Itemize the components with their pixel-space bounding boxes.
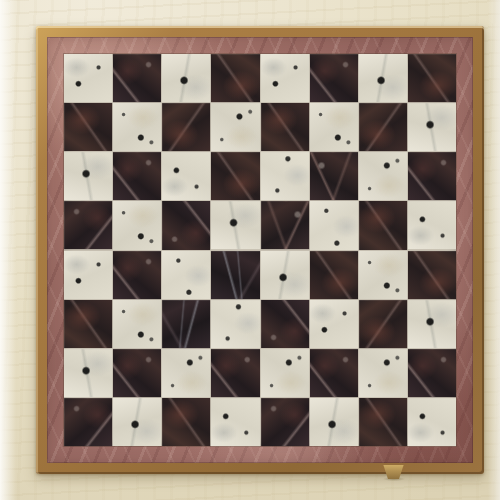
board-square[interactable] <box>113 300 161 348</box>
board-square[interactable] <box>359 300 407 348</box>
board-square[interactable] <box>211 251 259 299</box>
board-square[interactable] <box>408 152 456 200</box>
board-square[interactable] <box>261 201 309 249</box>
board-square[interactable] <box>408 349 456 397</box>
board-square[interactable] <box>113 398 161 446</box>
board-square[interactable] <box>310 349 358 397</box>
board-square[interactable] <box>64 251 112 299</box>
board-square[interactable] <box>64 201 112 249</box>
board-square[interactable] <box>113 349 161 397</box>
board-square[interactable] <box>162 201 210 249</box>
board-square[interactable] <box>261 54 309 102</box>
board-square[interactable] <box>211 103 259 151</box>
board-square[interactable] <box>64 103 112 151</box>
board-square[interactable] <box>162 251 210 299</box>
board-square[interactable] <box>408 201 456 249</box>
board-square[interactable] <box>162 398 210 446</box>
board-square[interactable] <box>310 300 358 348</box>
board-square[interactable] <box>64 54 112 102</box>
board-square[interactable] <box>113 103 161 151</box>
board-square[interactable] <box>162 152 210 200</box>
board-square[interactable] <box>408 251 456 299</box>
board-square[interactable] <box>359 54 407 102</box>
board-square[interactable] <box>359 398 407 446</box>
board-square[interactable] <box>261 103 309 151</box>
board-square[interactable] <box>211 152 259 200</box>
board-square[interactable] <box>359 152 407 200</box>
chess-box-wood-frame <box>36 26 484 474</box>
board-square[interactable] <box>211 300 259 348</box>
board-square[interactable] <box>310 398 358 446</box>
board-square[interactable] <box>408 300 456 348</box>
board-square[interactable] <box>261 152 309 200</box>
board-square[interactable] <box>113 251 161 299</box>
board-square[interactable] <box>211 201 259 249</box>
board-square[interactable] <box>162 349 210 397</box>
board-square[interactable] <box>64 300 112 348</box>
board-square[interactable] <box>261 300 309 348</box>
board-square[interactable] <box>162 54 210 102</box>
chess-board <box>64 54 456 446</box>
board-square[interactable] <box>359 201 407 249</box>
board-square[interactable] <box>64 398 112 446</box>
board-square[interactable] <box>310 251 358 299</box>
board-square[interactable] <box>261 349 309 397</box>
board-square[interactable] <box>211 54 259 102</box>
board-square[interactable] <box>408 54 456 102</box>
board-square[interactable] <box>261 251 309 299</box>
board-square[interactable] <box>408 398 456 446</box>
pink-marble-border <box>47 37 473 463</box>
board-square[interactable] <box>359 251 407 299</box>
board-square[interactable] <box>162 103 210 151</box>
board-square[interactable] <box>162 300 210 348</box>
board-square[interactable] <box>359 103 407 151</box>
board-square[interactable] <box>310 103 358 151</box>
board-square[interactable] <box>64 152 112 200</box>
board-square[interactable] <box>211 349 259 397</box>
board-square[interactable] <box>310 54 358 102</box>
board-square[interactable] <box>113 152 161 200</box>
board-square[interactable] <box>310 201 358 249</box>
board-square[interactable] <box>408 103 456 151</box>
board-square[interactable] <box>261 398 309 446</box>
board-square[interactable] <box>64 349 112 397</box>
board-square[interactable] <box>113 201 161 249</box>
board-square[interactable] <box>310 152 358 200</box>
board-square[interactable] <box>211 398 259 446</box>
board-square[interactable] <box>113 54 161 102</box>
board-square[interactable] <box>359 349 407 397</box>
